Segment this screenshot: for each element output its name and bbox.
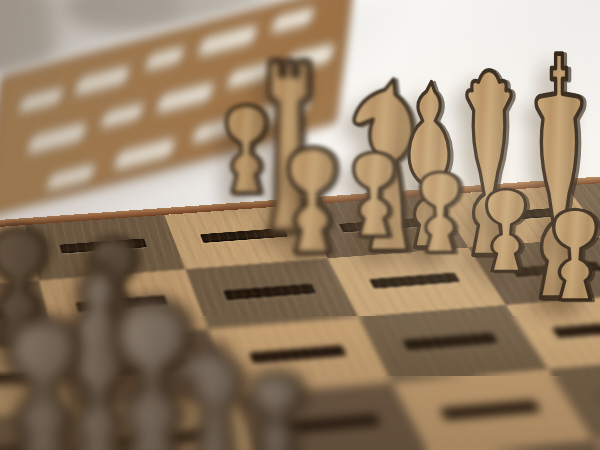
far-pawn-piece (287, 145, 337, 255)
piece-slot (439, 400, 541, 420)
near-knight-piece (171, 338, 243, 450)
far-pawn-piece (352, 150, 396, 238)
photo-scene (0, 0, 600, 450)
near-pawn-piece (8, 316, 78, 450)
piece-cutout-hole (156, 81, 214, 115)
piece-cutout-hole (74, 64, 130, 98)
piece-slot (369, 273, 461, 289)
piece-slot (552, 321, 600, 338)
far-pawn-piece (485, 187, 527, 273)
piece-cutout-hole (18, 86, 65, 115)
piece-cutout-hole (226, 61, 273, 90)
piece-slot (249, 345, 346, 363)
piece-slot (223, 284, 315, 300)
piece-cutout-hole (197, 23, 257, 58)
piece-cutout-hole (270, 6, 315, 35)
piece-cutout-hole (100, 101, 145, 130)
piece-cutout-hole (113, 137, 175, 172)
piece-cutout-hole (27, 121, 87, 156)
piece-cutout-hole (46, 162, 96, 192)
far-pawn-piece (552, 207, 598, 302)
near-pawn-piece (250, 372, 302, 450)
piece-slot (402, 333, 499, 351)
piece-cutout-hole (144, 45, 185, 72)
far-pawn-piece (225, 103, 267, 195)
far-pawn-piece (419, 170, 461, 254)
